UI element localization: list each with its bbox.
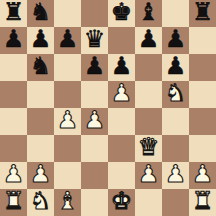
piece-white-bishop[interactable]: ♝ <box>57 188 79 215</box>
square-a6[interactable] <box>0 54 27 81</box>
piece-black-pawn[interactable]: ♟ <box>57 26 79 53</box>
chessboard-screenshot: ♜♞♚♝♜♟♟♟♛♟♟♞♟♟♟♟♞♟♟♛♟♟♟♟♟♜♞♝♚♜ <box>0 0 216 216</box>
piece-black-knight[interactable]: ♞ <box>30 53 52 80</box>
square-e1[interactable]: ♚ <box>108 189 135 216</box>
piece-black-pawn[interactable]: ♟ <box>138 26 160 53</box>
piece-white-queen[interactable]: ♛ <box>138 134 160 161</box>
piece-black-pawn[interactable]: ♟ <box>165 26 187 53</box>
square-a1[interactable]: ♜ <box>0 189 27 216</box>
square-c1[interactable]: ♝ <box>54 189 81 216</box>
piece-black-pawn[interactable]: ♟ <box>3 26 25 53</box>
square-f2[interactable]: ♟ <box>135 162 162 189</box>
square-d5[interactable] <box>81 81 108 108</box>
piece-black-rook[interactable]: ♜ <box>192 0 214 26</box>
piece-black-pawn[interactable]: ♟ <box>30 26 52 53</box>
square-f3[interactable]: ♛ <box>135 135 162 162</box>
square-b7[interactable]: ♟ <box>27 27 54 54</box>
square-e2[interactable] <box>108 162 135 189</box>
chess-board: ♜♞♚♝♜♟♟♟♛♟♟♞♟♟♟♟♞♟♟♛♟♟♟♟♟♜♞♝♚♜ <box>0 0 216 216</box>
square-h3[interactable] <box>189 135 216 162</box>
square-g3[interactable] <box>162 135 189 162</box>
piece-black-rook[interactable]: ♜ <box>3 0 25 26</box>
square-h7[interactable] <box>189 27 216 54</box>
square-c2[interactable] <box>54 162 81 189</box>
square-f6[interactable] <box>135 54 162 81</box>
square-g6[interactable]: ♟ <box>162 54 189 81</box>
piece-black-pawn[interactable]: ♟ <box>165 53 187 80</box>
piece-black-knight[interactable]: ♞ <box>30 0 52 26</box>
piece-white-pawn[interactable]: ♟ <box>165 161 187 188</box>
square-c7[interactable]: ♟ <box>54 27 81 54</box>
piece-black-king[interactable]: ♚ <box>111 0 133 26</box>
square-b6[interactable]: ♞ <box>27 54 54 81</box>
square-d8[interactable] <box>81 0 108 27</box>
piece-white-pawn[interactable]: ♟ <box>57 107 79 134</box>
piece-white-knight[interactable]: ♞ <box>30 188 52 215</box>
square-a8[interactable]: ♜ <box>0 0 27 27</box>
square-f8[interactable]: ♝ <box>135 0 162 27</box>
square-d1[interactable] <box>81 189 108 216</box>
square-a7[interactable]: ♟ <box>0 27 27 54</box>
square-c5[interactable] <box>54 81 81 108</box>
square-g8[interactable] <box>162 0 189 27</box>
square-b5[interactable] <box>27 81 54 108</box>
square-a5[interactable] <box>0 81 27 108</box>
square-d6[interactable]: ♟ <box>81 54 108 81</box>
piece-black-bishop[interactable]: ♝ <box>138 0 160 26</box>
piece-black-queen[interactable]: ♛ <box>84 26 106 53</box>
square-d4[interactable]: ♟ <box>81 108 108 135</box>
square-c4[interactable]: ♟ <box>54 108 81 135</box>
square-h4[interactable] <box>189 108 216 135</box>
square-e7[interactable] <box>108 27 135 54</box>
piece-white-knight[interactable]: ♞ <box>165 80 187 107</box>
piece-white-pawn[interactable]: ♟ <box>111 80 133 107</box>
square-b4[interactable] <box>27 108 54 135</box>
piece-white-pawn[interactable]: ♟ <box>30 161 52 188</box>
square-h5[interactable] <box>189 81 216 108</box>
square-g2[interactable]: ♟ <box>162 162 189 189</box>
piece-black-pawn[interactable]: ♟ <box>84 53 106 80</box>
square-h6[interactable] <box>189 54 216 81</box>
square-c8[interactable] <box>54 0 81 27</box>
square-f4[interactable] <box>135 108 162 135</box>
square-b8[interactable]: ♞ <box>27 0 54 27</box>
piece-white-king[interactable]: ♚ <box>111 188 133 215</box>
piece-white-rook[interactable]: ♜ <box>3 188 25 215</box>
square-c6[interactable] <box>54 54 81 81</box>
piece-white-pawn[interactable]: ♟ <box>192 161 214 188</box>
square-a4[interactable] <box>0 108 27 135</box>
square-d2[interactable] <box>81 162 108 189</box>
square-d7[interactable]: ♛ <box>81 27 108 54</box>
piece-white-pawn[interactable]: ♟ <box>84 107 106 134</box>
piece-white-pawn[interactable]: ♟ <box>138 161 160 188</box>
piece-black-pawn[interactable]: ♟ <box>111 53 133 80</box>
piece-white-pawn[interactable]: ♟ <box>3 161 25 188</box>
square-b2[interactable]: ♟ <box>27 162 54 189</box>
square-b1[interactable]: ♞ <box>27 189 54 216</box>
square-a2[interactable]: ♟ <box>0 162 27 189</box>
square-g4[interactable] <box>162 108 189 135</box>
square-h8[interactable]: ♜ <box>189 0 216 27</box>
square-e3[interactable] <box>108 135 135 162</box>
square-f1[interactable] <box>135 189 162 216</box>
square-g7[interactable]: ♟ <box>162 27 189 54</box>
square-a3[interactable] <box>0 135 27 162</box>
square-e8[interactable]: ♚ <box>108 0 135 27</box>
square-e6[interactable]: ♟ <box>108 54 135 81</box>
piece-white-rook[interactable]: ♜ <box>192 188 214 215</box>
square-h2[interactable]: ♟ <box>189 162 216 189</box>
square-h1[interactable]: ♜ <box>189 189 216 216</box>
square-g5[interactable]: ♞ <box>162 81 189 108</box>
square-f5[interactable] <box>135 81 162 108</box>
square-e4[interactable] <box>108 108 135 135</box>
square-b3[interactable] <box>27 135 54 162</box>
square-g1[interactable] <box>162 189 189 216</box>
square-e5[interactable]: ♟ <box>108 81 135 108</box>
square-f7[interactable]: ♟ <box>135 27 162 54</box>
square-c3[interactable] <box>54 135 81 162</box>
square-d3[interactable] <box>81 135 108 162</box>
